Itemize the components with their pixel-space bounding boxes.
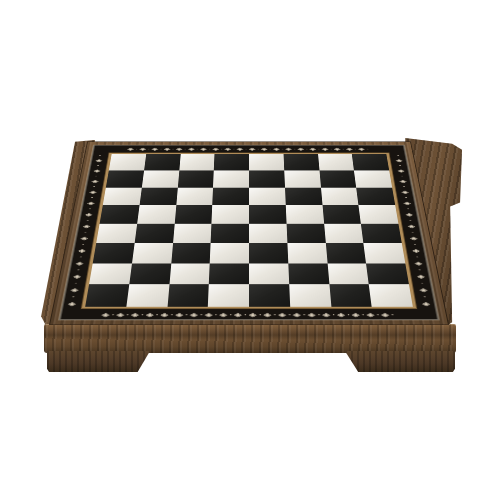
- square-c6: [176, 187, 213, 205]
- square-c3: [171, 243, 211, 263]
- square-h1: [369, 284, 413, 306]
- square-d4: [211, 224, 249, 243]
- square-h5: [359, 205, 399, 224]
- square-e7: [249, 170, 285, 187]
- square-b1: [126, 284, 169, 306]
- board-foot-left: [47, 351, 150, 372]
- square-a1: [85, 284, 129, 306]
- square-g1: [329, 284, 372, 306]
- square-a6: [103, 187, 142, 205]
- square-c8: [179, 154, 215, 170]
- square-c1: [167, 284, 209, 306]
- square-d3: [210, 243, 249, 263]
- square-f3: [287, 243, 327, 263]
- square-e5: [249, 205, 286, 224]
- square-e1: [249, 284, 290, 306]
- square-a7: [106, 170, 144, 187]
- square-f2: [288, 263, 329, 284]
- square-g5: [322, 205, 361, 224]
- square-c7: [177, 170, 214, 187]
- square-g8: [318, 154, 354, 170]
- square-d6: [212, 187, 249, 205]
- square-d8: [214, 154, 249, 170]
- square-g2: [327, 263, 369, 284]
- square-h7: [354, 170, 392, 187]
- square-g6: [321, 187, 359, 205]
- square-h8: [352, 154, 389, 170]
- square-e3: [249, 243, 288, 263]
- square-a4: [96, 224, 137, 243]
- square-g4: [324, 224, 364, 243]
- square-f1: [289, 284, 331, 306]
- square-b4: [134, 224, 174, 243]
- inlay-border-top: ◈·◈·◈·◈·◈·◈·◈·◈·◈·◈·◈·◈·◈·◈·◈·◈·◈·◈·◈·◈·: [94, 145, 404, 153]
- square-f7: [284, 170, 321, 187]
- chess-board: ◈·◈·◈·◈·◈·◈·◈·◈·◈·◈·◈·◈·◈·◈·◈·◈·◈·◈·◈·◈·…: [49, 142, 449, 325]
- product-photo-background: ◈·◈·◈·◈·◈·◈·◈·◈·◈·◈·◈·◈·◈·◈·◈·◈·◈·◈·◈·◈·…: [0, 0, 493, 493]
- square-d7: [213, 170, 249, 187]
- square-e2: [249, 263, 289, 284]
- board-frame-front-molding: [44, 324, 456, 353]
- square-f4: [286, 224, 325, 243]
- square-b8: [144, 154, 180, 170]
- square-b6: [139, 187, 177, 205]
- square-a5: [100, 205, 140, 224]
- square-a2: [89, 263, 132, 284]
- square-a8: [109, 154, 146, 170]
- square-b2: [129, 263, 171, 284]
- square-h3: [364, 243, 406, 263]
- square-g3: [325, 243, 366, 263]
- square-e6: [249, 187, 286, 205]
- square-b3: [132, 243, 173, 263]
- square-e4: [249, 224, 287, 243]
- board-squares-grid: [85, 154, 413, 307]
- square-f8: [283, 154, 319, 170]
- square-d2: [209, 263, 249, 284]
- square-d5: [212, 205, 249, 224]
- square-a3: [93, 243, 135, 263]
- square-h6: [356, 187, 395, 205]
- square-c2: [169, 263, 210, 284]
- square-c5: [174, 205, 212, 224]
- square-g7: [319, 170, 356, 187]
- square-h2: [366, 263, 409, 284]
- square-b5: [137, 205, 176, 224]
- square-h4: [361, 224, 402, 243]
- inlay-border-bottom: ◈·◈·◈·◈·◈·◈·◈·◈·◈·◈·◈·◈·◈·◈·◈·◈·◈·◈·◈·◈·: [61, 309, 437, 320]
- square-d1: [208, 284, 249, 306]
- square-e8: [249, 154, 284, 170]
- square-f6: [285, 187, 322, 205]
- square-c4: [173, 224, 212, 243]
- square-f5: [286, 205, 324, 224]
- square-b7: [142, 170, 179, 187]
- board-foot-right: [345, 351, 455, 372]
